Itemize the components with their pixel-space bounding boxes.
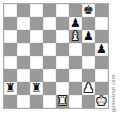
- square-f8[interactable]: [69, 4, 82, 17]
- white-pawn: ♟: [82, 81, 95, 95]
- square-h2[interactable]: [95, 82, 108, 95]
- square-c8[interactable]: [30, 4, 43, 17]
- square-c3[interactable]: [30, 69, 43, 82]
- square-e5[interactable]: [56, 43, 69, 56]
- square-g1[interactable]: [82, 95, 95, 108]
- square-f2[interactable]: [69, 82, 82, 95]
- square-a3[interactable]: [4, 69, 17, 82]
- square-b3[interactable]: [17, 69, 30, 82]
- square-g2[interactable]: ♟: [82, 82, 95, 95]
- square-b4[interactable]: [17, 56, 30, 69]
- square-g4[interactable]: [82, 56, 95, 69]
- white-rook: ♜: [56, 94, 69, 108]
- square-e7[interactable]: [56, 17, 69, 30]
- square-a7[interactable]: [4, 17, 17, 30]
- square-d6[interactable]: [43, 30, 56, 43]
- square-c7[interactable]: [30, 17, 43, 30]
- chess-board-container: ♚♟♝♟♟♜♜♟♜♚: [3, 3, 109, 109]
- square-b1[interactable]: [17, 95, 30, 108]
- square-d7[interactable]: [43, 17, 56, 30]
- square-d3[interactable]: [43, 69, 56, 82]
- square-e1[interactable]: ♜: [56, 95, 69, 108]
- square-a5[interactable]: [4, 43, 17, 56]
- square-d8[interactable]: [43, 4, 56, 17]
- black-pawn: ♟: [95, 42, 108, 56]
- square-g5[interactable]: [82, 43, 95, 56]
- square-h4[interactable]: [95, 56, 108, 69]
- square-e3[interactable]: [56, 69, 69, 82]
- black-rook: ♜: [4, 81, 17, 95]
- square-d2[interactable]: [43, 82, 56, 95]
- white-bishop: ♝: [69, 29, 82, 43]
- square-a8[interactable]: [4, 4, 17, 17]
- square-e6[interactable]: [56, 30, 69, 43]
- square-h5[interactable]: ♟: [95, 43, 108, 56]
- square-g8[interactable]: ♚: [82, 4, 95, 17]
- square-b7[interactable]: [17, 17, 30, 30]
- square-h7[interactable]: [95, 17, 108, 30]
- square-f5[interactable]: [69, 43, 82, 56]
- square-h8[interactable]: [95, 4, 108, 17]
- square-h1[interactable]: ♚: [95, 95, 108, 108]
- square-c5[interactable]: [30, 43, 43, 56]
- square-d4[interactable]: [43, 56, 56, 69]
- square-f7[interactable]: ♟: [69, 17, 82, 30]
- square-a1[interactable]: [4, 95, 17, 108]
- square-e2[interactable]: [56, 82, 69, 95]
- square-g3[interactable]: [82, 69, 95, 82]
- square-h3[interactable]: [95, 69, 108, 82]
- square-e4[interactable]: [56, 56, 69, 69]
- square-c2[interactable]: ♜: [30, 82, 43, 95]
- square-h6[interactable]: [95, 30, 108, 43]
- square-c4[interactable]: [30, 56, 43, 69]
- square-f3[interactable]: [69, 69, 82, 82]
- watermark-text: gameknot.com: [110, 74, 116, 112]
- square-d5[interactable]: [43, 43, 56, 56]
- black-rook: ♜: [30, 81, 43, 95]
- black-pawn: ♟: [69, 16, 82, 30]
- black-pawn: ♟: [82, 29, 95, 43]
- square-f6[interactable]: ♝: [69, 30, 82, 43]
- square-g7[interactable]: [82, 17, 95, 30]
- black-king: ♚: [82, 3, 95, 17]
- square-c6[interactable]: [30, 30, 43, 43]
- square-g6[interactable]: ♟: [82, 30, 95, 43]
- square-b6[interactable]: [17, 30, 30, 43]
- chess-board: ♚♟♝♟♟♜♜♟♜♚: [3, 3, 109, 109]
- square-f4[interactable]: [69, 56, 82, 69]
- square-d1[interactable]: [43, 95, 56, 108]
- square-a4[interactable]: [4, 56, 17, 69]
- square-b5[interactable]: [17, 43, 30, 56]
- square-a6[interactable]: [4, 30, 17, 43]
- square-b8[interactable]: [17, 4, 30, 17]
- white-king: ♚: [95, 94, 108, 108]
- square-a2[interactable]: ♜: [4, 82, 17, 95]
- square-f1[interactable]: [69, 95, 82, 108]
- square-b2[interactable]: [17, 82, 30, 95]
- square-e8[interactable]: [56, 4, 69, 17]
- square-c1[interactable]: [30, 95, 43, 108]
